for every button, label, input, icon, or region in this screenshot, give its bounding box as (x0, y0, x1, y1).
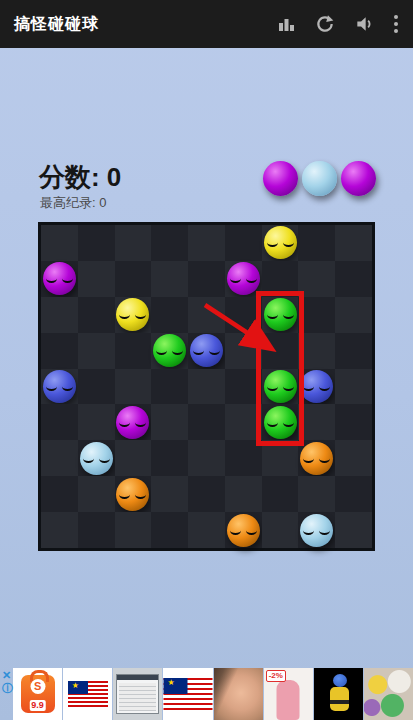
board-cell-r2c3[interactable] (151, 297, 188, 333)
title-bar: 搞怪碰碰球 (0, 0, 413, 48)
ball-eye (135, 310, 146, 319)
board-cell-r8c0[interactable] (41, 512, 78, 548)
board-cell-r4c7[interactable] (298, 369, 335, 405)
board-cell-r7c5[interactable] (225, 476, 262, 512)
board-cell-r0c2[interactable] (115, 225, 152, 261)
bar-chart-icon[interactable] (276, 14, 296, 34)
cartoon-head (333, 674, 347, 687)
ad-tile-plush-toys-photo[interactable] (364, 668, 413, 720)
board-cell-r5c8[interactable] (335, 404, 372, 440)
board-cell-r8c7[interactable] (298, 512, 335, 548)
board-cell-r5c7[interactable] (298, 404, 335, 440)
board-cell-r7c2[interactable] (115, 476, 152, 512)
app-title: 搞怪碰碰球 (14, 14, 99, 35)
board-grid (41, 225, 372, 548)
purple-ball[interactable] (116, 406, 149, 439)
malaysia-flag-image (163, 678, 212, 710)
ball-eye (283, 310, 294, 319)
cyan-ball[interactable] (302, 161, 337, 196)
score-value: 0 (107, 162, 121, 192)
ball-eye (303, 526, 314, 535)
ball-eye (303, 382, 314, 391)
ball-eye (119, 490, 130, 499)
cyan-ball[interactable] (80, 442, 113, 475)
green-ball[interactable] (264, 406, 297, 439)
ball-eye (246, 274, 257, 283)
board-cell-r4c5[interactable] (225, 369, 262, 405)
board-cell-r7c8[interactable] (335, 476, 372, 512)
blue-ball[interactable] (300, 370, 333, 403)
ball-eye (319, 382, 330, 391)
board-cell-r8c5[interactable] (225, 512, 262, 548)
purple-ball[interactable] (263, 161, 298, 196)
board-cell-r3c5[interactable] (225, 333, 262, 369)
board-cell-r6c0[interactable] (41, 440, 78, 476)
board-cell-r2c2[interactable] (115, 297, 152, 333)
board-cell-r6c6[interactable] (262, 440, 299, 476)
board-cell-r7c1[interactable] (78, 476, 115, 512)
board-cell-r5c3[interactable] (151, 404, 188, 440)
board-cell-r8c1[interactable] (78, 512, 115, 548)
ball-eye (83, 454, 94, 463)
ball-eye (303, 454, 314, 463)
ball-eye (230, 274, 241, 283)
ad-tile-pink-top-discount-photo[interactable]: -2% (264, 668, 313, 720)
orange-ball[interactable] (227, 514, 260, 547)
purple-ball[interactable] (43, 262, 76, 295)
board-cell-r1c2[interactable] (115, 261, 152, 297)
board-cell-r2c4[interactable] (188, 297, 225, 333)
green-ball[interactable] (264, 370, 297, 403)
board-cell-r1c1[interactable] (78, 261, 115, 297)
board-cell-r7c3[interactable] (151, 476, 188, 512)
purple-ball[interactable] (341, 161, 376, 196)
ball-eye (283, 238, 294, 247)
green-ball[interactable] (153, 334, 186, 367)
ball-eye (135, 418, 146, 427)
board-cell-r3c2[interactable] (115, 333, 152, 369)
ball-eye (135, 490, 146, 499)
board-cell-r5c6[interactable] (262, 404, 299, 440)
board-cell-r2c5[interactable] (225, 297, 262, 333)
cartoon-body (330, 687, 349, 711)
board-cell-r6c7[interactable] (298, 440, 335, 476)
board-cell-r8c8[interactable] (335, 512, 372, 548)
board-cell-r8c4[interactable] (188, 512, 225, 548)
ad-tile-malaysia-flag-large[interactable] (163, 668, 212, 720)
board-cell-r6c5[interactable] (225, 440, 262, 476)
board-cell-r4c0[interactable] (41, 369, 78, 405)
board-cell-r0c0[interactable] (41, 225, 78, 261)
board-cell-r5c2[interactable] (115, 404, 152, 440)
board-cell-r2c1[interactable] (78, 297, 115, 333)
board-cell-r7c0[interactable] (41, 476, 78, 512)
ball-eye (267, 310, 278, 319)
board-cell-r5c5[interactable] (225, 404, 262, 440)
yellow-ball[interactable] (264, 226, 297, 259)
ad-close-icon[interactable]: ✕ (2, 669, 13, 681)
board-cell-r2c7[interactable] (298, 297, 335, 333)
purple-ball[interactable] (227, 262, 260, 295)
blue-ball[interactable] (190, 334, 223, 367)
board-cell-r0c5[interactable] (225, 225, 262, 261)
ball-eye (119, 418, 130, 427)
board-cell-r0c7[interactable] (298, 225, 335, 261)
board-cell-r2c8[interactable] (335, 297, 372, 333)
board-cell-r4c2[interactable] (115, 369, 152, 405)
shopee-price: 9.9 (29, 700, 46, 711)
ball-eye (156, 346, 167, 355)
ball-eye (319, 454, 330, 463)
ball-eye (172, 346, 183, 355)
ball-eye (319, 526, 330, 535)
board-cell-r1c3[interactable] (151, 261, 188, 297)
board-cell-r0c3[interactable] (151, 225, 188, 261)
best-label: 最高纪录: (40, 195, 96, 210)
board-cell-r7c6[interactable] (262, 476, 299, 512)
cyan-ball[interactable] (300, 514, 333, 547)
ball-eye (283, 418, 294, 427)
board-cell-r5c0[interactable] (41, 404, 78, 440)
ad-tile-woman-selfie-photo[interactable] (214, 668, 263, 720)
board-cell-r0c6[interactable] (262, 225, 299, 261)
board-cell-r6c3[interactable] (151, 440, 188, 476)
board-cell-r6c2[interactable] (115, 440, 152, 476)
pink-top-image (277, 680, 300, 720)
best-score-display: 最高纪录: 0 (40, 194, 106, 212)
board-cell-r0c1[interactable] (78, 225, 115, 261)
ball-eye (46, 382, 57, 391)
board-cell-r8c6[interactable] (262, 512, 299, 548)
game-board[interactable] (38, 222, 375, 551)
board-cell-r5c1[interactable] (78, 404, 115, 440)
board-cell-r8c3[interactable] (151, 512, 188, 548)
board-cell-r3c3[interactable] (151, 333, 188, 369)
board-cell-r4c1[interactable] (78, 369, 115, 405)
ball-eye (62, 382, 73, 391)
board-cell-r6c1[interactable] (78, 440, 115, 476)
ad-banner[interactable]: ✕ ⓘ S9.9-2% (0, 668, 413, 720)
ball-eye (193, 346, 204, 355)
board-cell-r1c0[interactable] (41, 261, 78, 297)
ad-tile-cartoon-character[interactable] (314, 668, 363, 720)
board-cell-r2c0[interactable] (41, 297, 78, 333)
ball-eye (230, 526, 241, 535)
ball-eye (62, 274, 73, 283)
board-cell-r3c8[interactable] (335, 333, 372, 369)
yellow-ball[interactable] (116, 298, 149, 331)
board-cell-r3c1[interactable] (78, 333, 115, 369)
board-cell-r1c7[interactable] (298, 261, 335, 297)
score-label: 分数: (39, 162, 100, 192)
ad-tile-malaysia-flag[interactable] (63, 668, 112, 720)
score-display: 分数:0 (39, 160, 121, 195)
ball-eye (99, 454, 110, 463)
board-cell-r1c4[interactable] (188, 261, 225, 297)
board-cell-r7c7[interactable] (298, 476, 335, 512)
board-cell-r1c6[interactable] (262, 261, 299, 297)
board-cell-r2c6[interactable] (262, 297, 299, 333)
overflow-menu-icon[interactable] (393, 14, 399, 34)
shopee-letter: S (30, 679, 45, 694)
refresh-icon[interactable] (315, 14, 335, 34)
ball-eye (267, 238, 278, 247)
board-cell-r7c4[interactable] (188, 476, 225, 512)
next-balls-preview (263, 161, 376, 196)
ball-eye (209, 346, 220, 355)
board-cell-r3c4[interactable] (188, 333, 225, 369)
orange-ball[interactable] (116, 478, 149, 511)
board-cell-r4c6[interactable] (262, 369, 299, 405)
malaysia-flag-image (68, 681, 108, 707)
ball-eye (267, 382, 278, 391)
volume-icon[interactable] (354, 14, 374, 34)
ball-eye (267, 418, 278, 427)
blue-ball[interactable] (43, 370, 76, 403)
ad-tile-spreadsheet-screenshot[interactable] (113, 668, 162, 720)
shopee-bag-logo: S9.9 (21, 675, 55, 713)
board-cell-r1c8[interactable] (335, 261, 372, 297)
board-cell-r6c8[interactable] (335, 440, 372, 476)
ad-tile-shopee-99-logo[interactable]: S9.9 (13, 668, 62, 720)
board-cell-r4c4[interactable] (188, 369, 225, 405)
board-cell-r3c6[interactable] (262, 333, 299, 369)
orange-ball[interactable] (300, 442, 333, 475)
board-cell-r4c8[interactable] (335, 369, 372, 405)
board-cell-r3c0[interactable] (41, 333, 78, 369)
board-cell-r8c2[interactable] (115, 512, 152, 548)
ball-eye (283, 382, 294, 391)
board-cell-r5c4[interactable] (188, 404, 225, 440)
best-value: 0 (99, 195, 106, 210)
ad-info-icon[interactable]: ⓘ (2, 682, 13, 694)
green-ball[interactable] (264, 298, 297, 331)
discount-badge: -2% (266, 670, 286, 682)
board-cell-r0c4[interactable] (188, 225, 225, 261)
spreadsheet-window-image (116, 674, 159, 714)
ball-eye (246, 526, 257, 535)
ball-eye (119, 310, 130, 319)
board-cell-r1c5[interactable] (225, 261, 262, 297)
board-cell-r3c7[interactable] (298, 333, 335, 369)
ball-eye (46, 274, 57, 283)
board-cell-r4c3[interactable] (151, 369, 188, 405)
board-cell-r0c8[interactable] (335, 225, 372, 261)
board-cell-r6c4[interactable] (188, 440, 225, 476)
